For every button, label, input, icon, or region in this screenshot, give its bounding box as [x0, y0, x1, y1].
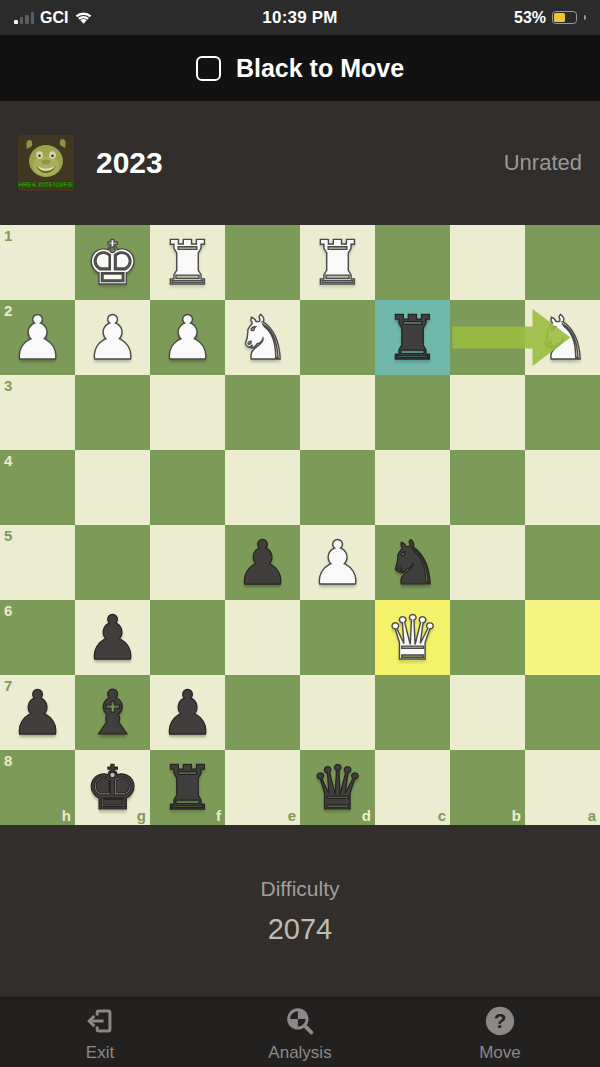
square-h1[interactable]: 1	[0, 225, 75, 300]
file-label-e: e	[288, 807, 296, 824]
square-e1[interactable]	[225, 225, 300, 300]
square-g4[interactable]	[75, 450, 150, 525]
square-c4[interactable]	[375, 450, 450, 525]
square-d2[interactable]	[300, 300, 375, 375]
status-right: 53%	[395, 9, 586, 27]
square-d1[interactable]: ♜	[300, 225, 375, 300]
square-c6[interactable]: ♛	[375, 600, 450, 675]
piece-wR-f1[interactable]: ♜	[150, 225, 225, 300]
square-b1[interactable]	[450, 225, 525, 300]
nav-analysis-button[interactable]: Analysis	[200, 998, 400, 1067]
analysis-magnifier-icon	[283, 1004, 317, 1038]
square-g2[interactable]: ♟	[75, 300, 150, 375]
square-h6[interactable]: 6	[0, 600, 75, 675]
signal-strength-icon	[14, 12, 34, 24]
square-f5[interactable]	[150, 525, 225, 600]
square-c2[interactable]: ♜	[375, 300, 450, 375]
file-label-d: d	[362, 807, 371, 824]
square-h5[interactable]: 5	[0, 525, 75, 600]
rank-label-6: 6	[4, 602, 12, 619]
square-g3[interactable]	[75, 375, 150, 450]
difficulty-value: 2074	[268, 913, 333, 946]
piece-bR-c2[interactable]: ♜	[375, 300, 450, 375]
nav-analysis-label: Analysis	[268, 1043, 331, 1063]
nav-exit-label: Exit	[86, 1043, 114, 1063]
file-label-f: f	[216, 807, 221, 824]
difficulty-label: Difficulty	[261, 877, 340, 901]
square-d8[interactable]: d♛	[300, 750, 375, 825]
square-e8[interactable]: e	[225, 750, 300, 825]
rated-status: Unrated	[504, 150, 582, 176]
piece-wR-d1[interactable]: ♜	[300, 225, 375, 300]
square-a3[interactable]	[525, 375, 600, 450]
square-d3[interactable]	[300, 375, 375, 450]
piece-wP-d5[interactable]: ♟	[300, 525, 375, 600]
square-h3[interactable]: 3	[0, 375, 75, 450]
square-c7[interactable]	[375, 675, 450, 750]
square-h7[interactable]: 7♟	[0, 675, 75, 750]
chess-board: 1♚♜♜2♟♟♟♞♜♞345♟♟♞6♟♛7♟♝♟8hg♚f♜ed♛cba	[0, 225, 600, 825]
file-label-a: a	[588, 807, 596, 824]
square-c1[interactable]	[375, 225, 450, 300]
carrier-label: GCI	[40, 9, 68, 27]
square-c5[interactable]: ♞	[375, 525, 450, 600]
square-e7[interactable]	[225, 675, 300, 750]
piece-wP-g2[interactable]: ♟	[75, 300, 150, 375]
square-f2[interactable]: ♟	[150, 300, 225, 375]
rank-label-2: 2	[4, 302, 12, 319]
difficulty-section: Difficulty 2074	[0, 825, 600, 997]
square-g6[interactable]: ♟	[75, 600, 150, 675]
status-left: GCI	[14, 9, 205, 27]
exit-door-icon	[83, 1004, 117, 1038]
square-a6[interactable]	[525, 600, 600, 675]
shrek-avatar-image: SHREK INTENSIFIES	[18, 135, 74, 191]
rank-label-4: 4	[4, 452, 12, 469]
square-g1[interactable]: ♚	[75, 225, 150, 300]
square-f7[interactable]: ♟	[150, 675, 225, 750]
piece-wQ-c6[interactable]: ♛	[375, 600, 450, 675]
bottom-nav: Exit Analysis ? Move	[0, 997, 600, 1067]
square-b3[interactable]	[450, 375, 525, 450]
square-b7[interactable]	[450, 675, 525, 750]
move-question-icon: ?	[483, 1004, 517, 1038]
square-d5[interactable]: ♟	[300, 525, 375, 600]
rank-label-1: 1	[4, 227, 12, 244]
board-wrap: 1♚♜♜2♟♟♟♞♜♞345♟♟♞6♟♛7♟♝♟8hg♚f♜ed♛cba	[0, 225, 600, 825]
square-b2[interactable]	[450, 300, 525, 375]
square-f4[interactable]	[150, 450, 225, 525]
square-f6[interactable]	[150, 600, 225, 675]
square-a4[interactable]	[525, 450, 600, 525]
square-f3[interactable]	[150, 375, 225, 450]
square-g5[interactable]	[75, 525, 150, 600]
square-h2[interactable]: 2♟	[0, 300, 75, 375]
piece-wN-e2[interactable]: ♞	[225, 300, 300, 375]
piece-bP-g6[interactable]: ♟	[75, 600, 150, 675]
rank-label-3: 3	[4, 377, 12, 394]
piece-bP-e5[interactable]: ♟	[225, 525, 300, 600]
turn-header: Black to Move	[0, 35, 600, 101]
square-d4[interactable]	[300, 450, 375, 525]
svg-text:?: ?	[494, 1009, 507, 1032]
square-a8[interactable]: a	[525, 750, 600, 825]
file-label-g: g	[137, 807, 146, 824]
file-label-h: h	[62, 807, 71, 824]
square-e4[interactable]	[225, 450, 300, 525]
svg-text:SHREK INTENSIFIES: SHREK INTENSIFIES	[18, 181, 74, 188]
square-g8[interactable]: g♚	[75, 750, 150, 825]
square-h4[interactable]: 4	[0, 450, 75, 525]
rank-label-8: 8	[4, 752, 12, 769]
square-b4[interactable]	[450, 450, 525, 525]
square-g7[interactable]: ♝	[75, 675, 150, 750]
square-c3[interactable]	[375, 375, 450, 450]
square-a7[interactable]	[525, 675, 600, 750]
square-d7[interactable]	[300, 675, 375, 750]
square-e6[interactable]	[225, 600, 300, 675]
piece-bN-c5[interactable]: ♞	[375, 525, 450, 600]
turn-title: Black to Move	[236, 54, 404, 83]
nav-move-label: Move	[479, 1043, 521, 1063]
square-b8[interactable]: b	[450, 750, 525, 825]
battery-icon	[552, 11, 577, 24]
nav-move-button[interactable]: ? Move	[400, 998, 600, 1067]
battery-percent-label: 53%	[514, 9, 546, 27]
battery-nub	[584, 15, 586, 20]
square-a1[interactable]	[525, 225, 600, 300]
square-b5[interactable]	[450, 525, 525, 600]
rank-label-7: 7	[4, 677, 12, 694]
piece-wK-g1[interactable]: ♚	[75, 225, 150, 300]
piece-wP-f2[interactable]: ♟	[150, 300, 225, 375]
square-d6[interactable]	[300, 600, 375, 675]
square-b6[interactable]	[450, 600, 525, 675]
wifi-icon	[74, 11, 93, 25]
piece-bR-f8[interactable]: ♜	[150, 750, 225, 825]
file-label-b: b	[512, 807, 521, 824]
square-h8[interactable]: 8h	[0, 750, 75, 825]
square-f1[interactable]: ♜	[150, 225, 225, 300]
nav-exit-button[interactable]: Exit	[0, 998, 200, 1067]
battery-fill	[554, 13, 565, 22]
square-a5[interactable]	[525, 525, 600, 600]
file-label-c: c	[438, 807, 446, 824]
square-e3[interactable]	[225, 375, 300, 450]
rank-label-5: 5	[4, 527, 12, 544]
turn-checkbox[interactable]	[196, 56, 221, 81]
status-bar: GCI 10:39 PM 53%	[0, 0, 600, 35]
square-e5[interactable]: ♟	[225, 525, 300, 600]
piece-bB-g7[interactable]: ♝	[75, 675, 150, 750]
piece-bP-f7[interactable]: ♟	[150, 675, 225, 750]
square-e2[interactable]: ♞	[225, 300, 300, 375]
clock-label: 10:39 PM	[205, 8, 396, 28]
piece-wN-a2[interactable]: ♞	[525, 300, 600, 375]
avatar: SHREK INTENSIFIES	[18, 135, 74, 191]
square-f8[interactable]: f♜	[150, 750, 225, 825]
square-a2[interactable]: ♞	[525, 300, 600, 375]
square-c8[interactable]: c	[375, 750, 450, 825]
player-rating: 2023	[96, 146, 163, 180]
player-row: SHREK INTENSIFIES 2023 Unrated	[0, 101, 600, 225]
